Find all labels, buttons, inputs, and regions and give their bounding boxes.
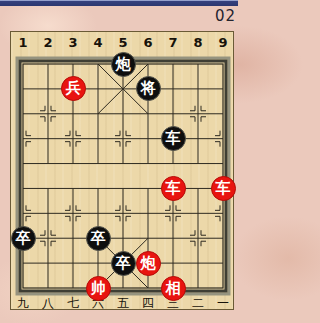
piece-black-cannon[interactable]: 炮: [111, 52, 136, 77]
file-label-top-2: 2: [40, 35, 56, 50]
file-label-bottom-1: 九: [15, 295, 31, 312]
piece-red-cannon[interactable]: 炮: [136, 251, 161, 276]
file-label-top-7: 7: [165, 35, 181, 50]
file-label-top-8: 8: [190, 35, 206, 50]
puzzle-number: 02: [215, 7, 236, 25]
piece-black-chariot[interactable]: 车: [161, 126, 186, 151]
piece-red-soldier[interactable]: 兵: [61, 76, 86, 101]
file-label-top-1: 1: [15, 35, 31, 50]
piece-black-soldier[interactable]: 卒: [11, 226, 36, 251]
piece-red-elephant[interactable]: 相: [161, 276, 186, 301]
piece-red-chariot[interactable]: 车: [161, 176, 186, 201]
piece-black-general[interactable]: 将: [136, 76, 161, 101]
piece-red-chariot[interactable]: 车: [211, 176, 236, 201]
file-label-bottom-2: 八: [40, 295, 56, 312]
title-bar: [0, 0, 238, 6]
file-label-top-3: 3: [65, 35, 81, 50]
piece-black-soldier[interactable]: 卒: [111, 251, 136, 276]
file-label-top-5: 5: [115, 35, 131, 50]
file-label-bottom-3: 七: [65, 295, 81, 312]
file-label-bottom-6: 四: [140, 295, 156, 312]
file-label-top-6: 6: [140, 35, 156, 50]
piece-red-general[interactable]: 帅: [86, 276, 111, 301]
file-label-top-4: 4: [90, 35, 106, 50]
file-label-bottom-5: 五: [115, 295, 131, 312]
piece-black-soldier[interactable]: 卒: [86, 226, 111, 251]
file-label-bottom-8: 二: [190, 295, 206, 312]
file-label-top-9: 9: [215, 35, 231, 50]
file-label-bottom-9: 一: [215, 295, 231, 312]
